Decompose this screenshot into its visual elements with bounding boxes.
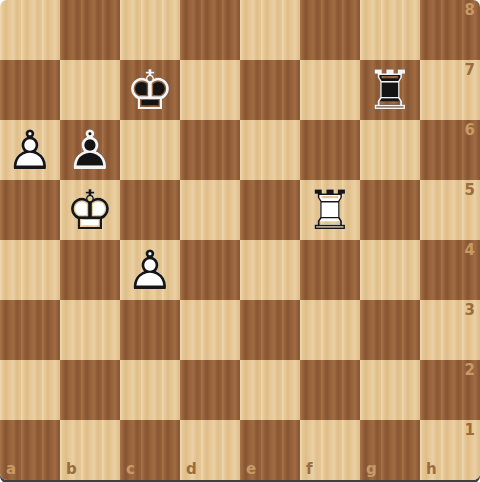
piece-white-king[interactable]: ♚♔ [60,180,120,240]
square-e6[interactable] [240,120,300,180]
file-label-b: b [66,462,77,477]
white-rook-detail-icon: ♖ [300,180,360,240]
square-b8[interactable] [60,0,120,60]
square-d4[interactable] [180,240,240,300]
rank-label-8: 8 [465,3,475,18]
square-h3[interactable]: 3 [420,300,480,360]
square-h7[interactable]: 7 [420,60,480,120]
white-pawn-detail-icon: ♙ [120,240,180,300]
file-label-h: h [426,462,437,477]
square-b5[interactable]: ♚♔ [60,180,120,240]
rank-label-3: 3 [465,303,475,318]
file-label-a: a [6,462,16,477]
square-c4[interactable]: ♟♙ [120,240,180,300]
square-h1[interactable]: 1h [420,420,480,480]
square-h6[interactable]: 6 [420,120,480,180]
file-label-d: d [186,462,197,477]
rank-label-4: 4 [465,243,475,258]
square-d6[interactable] [180,120,240,180]
square-g8[interactable] [360,0,420,60]
rank-label-5: 5 [465,183,475,198]
file-label-e: e [246,462,256,477]
file-label-c: c [126,462,135,477]
square-d2[interactable] [180,360,240,420]
square-a8[interactable] [0,0,60,60]
square-e1[interactable]: e [240,420,300,480]
square-c6[interactable] [120,120,180,180]
square-g6[interactable] [360,120,420,180]
square-e8[interactable] [240,0,300,60]
square-a4[interactable] [0,240,60,300]
square-c3[interactable] [120,300,180,360]
piece-white-pawn[interactable]: ♟♙ [0,120,60,180]
square-f1[interactable]: f [300,420,360,480]
square-b4[interactable] [60,240,120,300]
piece-black-rook[interactable]: ♜♖ [360,60,420,120]
square-f2[interactable] [300,360,360,420]
square-h5[interactable]: 5 [420,180,480,240]
file-label-f: f [306,462,313,477]
file-label-g: g [366,462,377,477]
square-f6[interactable] [300,120,360,180]
square-g1[interactable]: g [360,420,420,480]
rank-label-6: 6 [465,123,475,138]
rank-label-1: 1 [465,423,475,438]
square-f4[interactable] [300,240,360,300]
square-g4[interactable] [360,240,420,300]
square-e2[interactable] [240,360,300,420]
square-h8[interactable]: 8 [420,0,480,60]
square-e3[interactable] [240,300,300,360]
square-a2[interactable] [0,360,60,420]
square-h2[interactable]: 2 [420,360,480,420]
square-f7[interactable] [300,60,360,120]
piece-black-pawn[interactable]: ♟♙ [60,120,120,180]
black-king-detail-icon: ♔ [120,60,180,120]
square-c1[interactable]: c [120,420,180,480]
square-g7[interactable]: ♜♖ [360,60,420,120]
white-king-detail-icon: ♔ [60,180,120,240]
square-d7[interactable] [180,60,240,120]
white-pawn-detail-icon: ♙ [0,120,60,180]
square-g2[interactable] [360,360,420,420]
square-e5[interactable] [240,180,300,240]
square-f5[interactable]: ♜♖ [300,180,360,240]
square-a6[interactable]: ♟♙ [0,120,60,180]
rank-label-7: 7 [465,63,475,78]
square-b7[interactable] [60,60,120,120]
piece-white-pawn[interactable]: ♟♙ [120,240,180,300]
piece-black-king[interactable]: ♚♔ [120,60,180,120]
square-a3[interactable] [0,300,60,360]
square-c2[interactable] [120,360,180,420]
square-c8[interactable] [120,0,180,60]
square-c7[interactable]: ♚♔ [120,60,180,120]
rank-label-2: 2 [465,363,475,378]
square-b1[interactable]: b [60,420,120,480]
square-a1[interactable]: a [0,420,60,480]
square-d3[interactable] [180,300,240,360]
square-e4[interactable] [240,240,300,300]
square-g3[interactable] [360,300,420,360]
square-e7[interactable] [240,60,300,120]
piece-white-rook[interactable]: ♜♖ [300,180,360,240]
black-pawn-detail-icon: ♙ [60,120,120,180]
square-h4[interactable]: 4 [420,240,480,300]
square-d1[interactable]: d [180,420,240,480]
square-a5[interactable] [0,180,60,240]
square-a7[interactable] [0,60,60,120]
chess-board: 8♚♔♜♖7♟♙♟♙6♚♔♜♖5♟♙432abcdefg1h [0,0,480,480]
square-b6[interactable]: ♟♙ [60,120,120,180]
square-f8[interactable] [300,0,360,60]
square-b3[interactable] [60,300,120,360]
square-d8[interactable] [180,0,240,60]
black-rook-detail-icon: ♖ [360,60,420,120]
square-d5[interactable] [180,180,240,240]
square-f3[interactable] [300,300,360,360]
square-b2[interactable] [60,360,120,420]
square-g5[interactable] [360,180,420,240]
square-c5[interactable] [120,180,180,240]
